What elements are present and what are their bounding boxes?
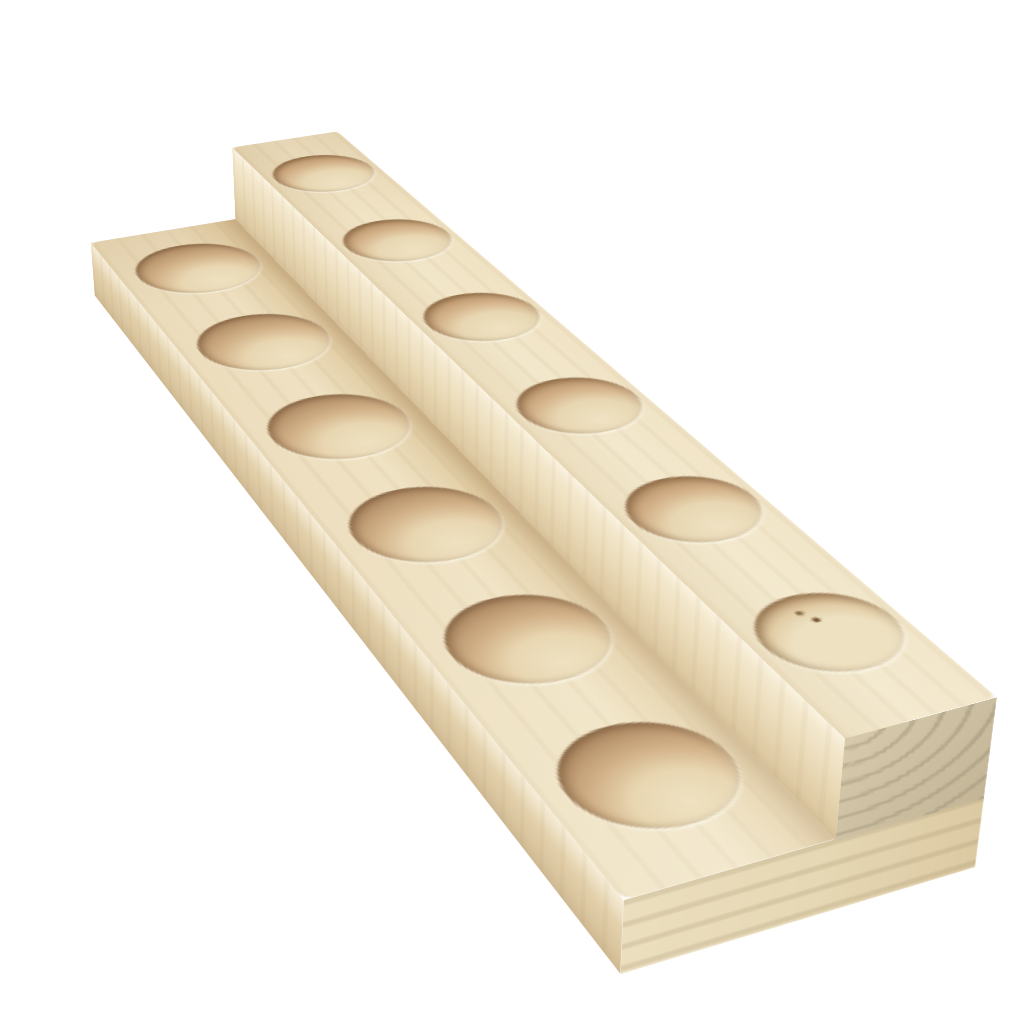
photo-scene [0, 0, 1024, 1024]
mancala-board [91, 202, 984, 900]
pit-front-2[interactable] [180, 306, 350, 380]
pit-front-1[interactable] [120, 236, 277, 301]
pit-front-3[interactable] [248, 385, 432, 470]
pit-front-4[interactable] [327, 476, 528, 575]
